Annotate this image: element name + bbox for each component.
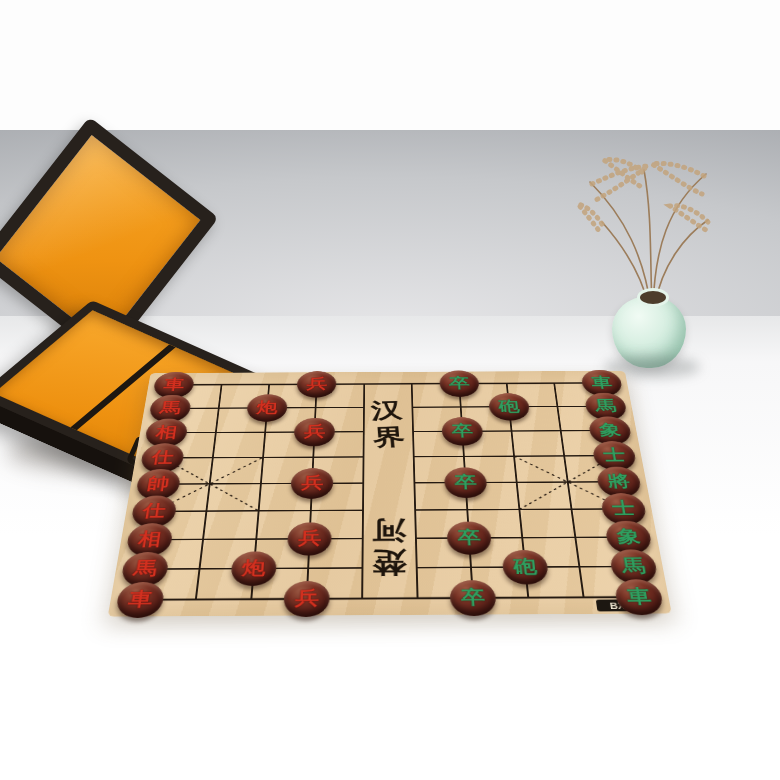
photo-scene: 汉界 楚河 BX 車馬相仕帥仕相馬車炮炮兵兵兵兵兵卒卒卒卒卒砲砲車馬象士將士象馬… <box>0 0 780 780</box>
piece-character: 帥 <box>146 475 170 491</box>
river-text-bottom: 楚河 <box>371 516 408 579</box>
piece-character: 馬 <box>132 559 158 577</box>
piece-character: 兵 <box>304 424 326 439</box>
piece-character: 仕 <box>142 502 167 519</box>
piece-character: 士 <box>602 447 626 462</box>
piece-character: 象 <box>616 528 642 545</box>
piece-character: 卒 <box>457 529 481 546</box>
dried-plant <box>556 148 746 314</box>
piece-character: 馬 <box>620 557 646 575</box>
piece-character: 砲 <box>513 557 538 575</box>
piece-character: 兵 <box>294 589 319 608</box>
piece-character: 卒 <box>449 376 470 390</box>
piece-character: 相 <box>137 530 163 547</box>
river-text-top: 汉界 <box>369 397 407 451</box>
piece-character: 將 <box>606 473 631 489</box>
piece-character: 相 <box>155 425 178 440</box>
grid-line <box>362 384 364 599</box>
grid-line <box>154 510 363 511</box>
piece-character: 砲 <box>498 399 520 413</box>
piece-character: 兵 <box>306 377 327 391</box>
piece-character: 車 <box>163 377 186 391</box>
piece-character: 馬 <box>594 399 617 413</box>
piece-character: 卒 <box>460 588 485 607</box>
grid-line <box>412 384 418 598</box>
grid-line <box>196 385 222 600</box>
piece-character: 卒 <box>451 423 473 438</box>
piece-character: 仕 <box>151 450 175 466</box>
vase-mouth <box>640 291 666 304</box>
piece-character: 炮 <box>256 400 278 414</box>
piece-character: 車 <box>127 590 154 609</box>
piece-character: 象 <box>598 422 622 437</box>
grid-line <box>554 383 583 597</box>
piece-character: 兵 <box>298 529 322 546</box>
piece-character: 炮 <box>241 559 266 577</box>
grid-line <box>163 457 364 458</box>
piece-character: 馬 <box>159 401 182 415</box>
xiangqi-board-cloth: 汉界 楚河 BX 車馬相仕帥仕相馬車炮炮兵兵兵兵兵卒卒卒卒卒砲砲車馬象士將士象馬… <box>108 371 672 617</box>
piece-character: 兵 <box>301 475 324 491</box>
piece-character: 士 <box>611 500 636 517</box>
piece-character: 車 <box>590 375 613 389</box>
piece-character: 卒 <box>454 474 477 490</box>
piece-character: 車 <box>625 587 652 606</box>
